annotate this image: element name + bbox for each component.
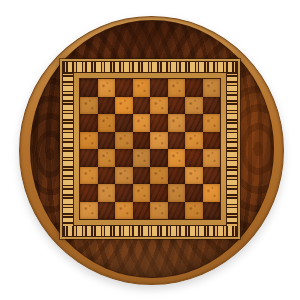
chess-board[interactable] [80,79,220,219]
dentil-strip-right [227,72,237,226]
board-square-e1[interactable] [150,202,168,220]
dentil-strip-bottom [63,226,237,236]
board-square-h4[interactable] [203,149,221,167]
board-square-a3[interactable] [80,167,98,185]
board-square-f7[interactable] [168,97,186,115]
board-square-c4[interactable] [115,149,133,167]
board-square-f4[interactable] [168,149,186,167]
board-square-c8[interactable] [115,79,133,97]
board-square-g3[interactable] [185,167,203,185]
board-square-h7[interactable] [203,97,221,115]
board-square-b5[interactable] [98,132,116,150]
board-square-d3[interactable] [133,167,151,185]
board-square-e7[interactable] [150,97,168,115]
board-square-h8[interactable] [203,79,221,97]
board-square-a5[interactable] [80,132,98,150]
board-square-b6[interactable] [98,114,116,132]
dentil-strip-top [63,62,237,72]
board-square-b4[interactable] [98,149,116,167]
board-square-e5[interactable] [150,132,168,150]
board-square-b1[interactable] [98,202,116,220]
board-square-b3[interactable] [98,167,116,185]
board-square-e6[interactable] [150,114,168,132]
dentil-strip-left [63,72,73,226]
board-square-g6[interactable] [185,114,203,132]
board-square-d2[interactable] [133,184,151,202]
board-square-b7[interactable] [98,97,116,115]
board-square-h2[interactable] [203,184,221,202]
board-frame [60,59,240,239]
board-square-a1[interactable] [80,202,98,220]
board-square-f3[interactable] [168,167,186,185]
board-square-d8[interactable] [133,79,151,97]
board-square-c1[interactable] [115,202,133,220]
board-square-b8[interactable] [98,79,116,97]
board-square-e2[interactable] [150,184,168,202]
board-square-g5[interactable] [185,132,203,150]
board-square-c5[interactable] [115,132,133,150]
board-square-d1[interactable] [133,202,151,220]
board-square-h5[interactable] [203,132,221,150]
board-square-a6[interactable] [80,114,98,132]
board-square-d5[interactable] [133,132,151,150]
board-square-e3[interactable] [150,167,168,185]
board-square-a7[interactable] [80,97,98,115]
board-square-b2[interactable] [98,184,116,202]
board-square-c6[interactable] [115,114,133,132]
board-square-h6[interactable] [203,114,221,132]
board-square-d4[interactable] [133,149,151,167]
board-square-f1[interactable] [168,202,186,220]
board-square-g1[interactable] [185,202,203,220]
board-square-d7[interactable] [133,97,151,115]
board-square-f8[interactable] [168,79,186,97]
board-square-g8[interactable] [185,79,203,97]
board-square-f5[interactable] [168,132,186,150]
games-table-photo [0,0,300,300]
board-square-a8[interactable] [80,79,98,97]
board-square-h3[interactable] [203,167,221,185]
board-square-e8[interactable] [150,79,168,97]
board-square-c3[interactable] [115,167,133,185]
board-square-c2[interactable] [115,184,133,202]
board-square-c7[interactable] [115,97,133,115]
board-square-g4[interactable] [185,149,203,167]
board-square-g7[interactable] [185,97,203,115]
board-square-d6[interactable] [133,114,151,132]
board-square-g2[interactable] [185,184,203,202]
board-square-h1[interactable] [203,202,221,220]
board-square-f2[interactable] [168,184,186,202]
board-square-f6[interactable] [168,114,186,132]
board-square-a4[interactable] [80,149,98,167]
board-square-a2[interactable] [80,184,98,202]
board-square-e4[interactable] [150,149,168,167]
